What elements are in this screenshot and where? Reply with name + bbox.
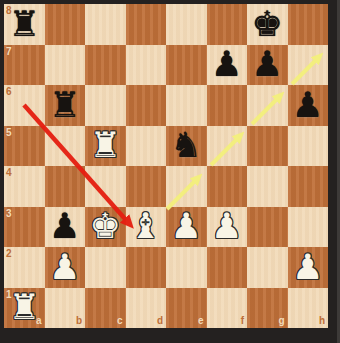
piece-white-pawn[interactable]: ♟	[288, 247, 329, 288]
square-d8[interactable]	[126, 4, 167, 45]
square-e1[interactable]: e	[166, 288, 207, 329]
square-d5[interactable]	[126, 126, 167, 167]
square-e5[interactable]: ♞	[166, 126, 207, 167]
file-label-e: e	[198, 316, 204, 326]
piece-black-pawn[interactable]: ♟	[207, 45, 248, 86]
chess-board: 8♜♚7♟♟6♜♟5♜♞43♟♚♝♟♟2♟♟1a♜bcdefgh	[4, 4, 328, 328]
square-a1[interactable]: 1a♜	[4, 288, 45, 329]
square-f1[interactable]: f	[207, 288, 248, 329]
file-label-b: b	[76, 316, 82, 326]
piece-white-pawn[interactable]: ♟	[45, 247, 86, 288]
square-a5[interactable]: 5	[4, 126, 45, 167]
piece-white-king[interactable]: ♚	[85, 207, 126, 248]
square-c1[interactable]: c	[85, 288, 126, 329]
square-e6[interactable]	[166, 85, 207, 126]
rank-label-7: 7	[6, 47, 12, 57]
square-c8[interactable]	[85, 4, 126, 45]
rank-label-2: 2	[6, 249, 12, 259]
square-b6[interactable]: ♜	[45, 85, 86, 126]
square-d2[interactable]	[126, 247, 167, 288]
piece-black-knight[interactable]: ♞	[166, 126, 207, 167]
square-g1[interactable]: g	[247, 288, 288, 329]
square-f8[interactable]	[207, 4, 248, 45]
square-b4[interactable]	[45, 166, 86, 207]
square-a3[interactable]: 3	[4, 207, 45, 248]
piece-black-rook[interactable]: ♜	[4, 4, 45, 45]
square-c7[interactable]	[85, 45, 126, 86]
square-c5[interactable]: ♜	[85, 126, 126, 167]
square-d7[interactable]	[126, 45, 167, 86]
square-b1[interactable]: b	[45, 288, 86, 329]
piece-black-pawn[interactable]: ♟	[45, 207, 86, 248]
square-b7[interactable]	[45, 45, 86, 86]
piece-white-rook[interactable]: ♜	[85, 126, 126, 167]
square-c3[interactable]: ♚	[85, 207, 126, 248]
square-c2[interactable]	[85, 247, 126, 288]
square-f6[interactable]	[207, 85, 248, 126]
square-h5[interactable]	[288, 126, 329, 167]
square-h7[interactable]	[288, 45, 329, 86]
square-g2[interactable]	[247, 247, 288, 288]
file-label-h: h	[319, 316, 325, 326]
square-f2[interactable]	[207, 247, 248, 288]
square-e4[interactable]	[166, 166, 207, 207]
square-b5[interactable]	[45, 126, 86, 167]
square-h1[interactable]: h	[288, 288, 329, 329]
piece-white-pawn[interactable]: ♟	[207, 207, 248, 248]
square-e3[interactable]: ♟	[166, 207, 207, 248]
square-a6[interactable]: 6	[4, 85, 45, 126]
square-h4[interactable]	[288, 166, 329, 207]
square-g4[interactable]	[247, 166, 288, 207]
square-d1[interactable]: d	[126, 288, 167, 329]
square-g7[interactable]: ♟	[247, 45, 288, 86]
piece-white-bishop[interactable]: ♝	[126, 207, 167, 248]
square-b3[interactable]: ♟	[45, 207, 86, 248]
square-b8[interactable]	[45, 4, 86, 45]
square-f4[interactable]	[207, 166, 248, 207]
piece-white-pawn[interactable]: ♟	[166, 207, 207, 248]
rank-label-3: 3	[6, 209, 12, 219]
square-c4[interactable]	[85, 166, 126, 207]
square-h3[interactable]	[288, 207, 329, 248]
square-a2[interactable]: 2	[4, 247, 45, 288]
square-g5[interactable]	[247, 126, 288, 167]
square-a7[interactable]: 7	[4, 45, 45, 86]
square-d4[interactable]	[126, 166, 167, 207]
piece-black-pawn[interactable]: ♟	[247, 45, 288, 86]
file-label-c: c	[117, 316, 123, 326]
square-a8[interactable]: 8♜	[4, 4, 45, 45]
rank-label-6: 6	[6, 87, 12, 97]
square-c6[interactable]	[85, 85, 126, 126]
square-g6[interactable]	[247, 85, 288, 126]
piece-black-king[interactable]: ♚	[247, 4, 288, 45]
square-h6[interactable]: ♟	[288, 85, 329, 126]
square-e7[interactable]	[166, 45, 207, 86]
piece-white-rook[interactable]: ♜	[4, 288, 45, 329]
file-label-d: d	[157, 316, 163, 326]
square-f5[interactable]	[207, 126, 248, 167]
square-d3[interactable]: ♝	[126, 207, 167, 248]
rank-label-5: 5	[6, 128, 12, 138]
square-f7[interactable]: ♟	[207, 45, 248, 86]
piece-black-rook[interactable]: ♜	[45, 85, 86, 126]
piece-black-pawn[interactable]: ♟	[288, 85, 329, 126]
square-e8[interactable]	[166, 4, 207, 45]
square-a4[interactable]: 4	[4, 166, 45, 207]
rank-label-4: 4	[6, 168, 12, 178]
square-e2[interactable]	[166, 247, 207, 288]
square-g3[interactable]	[247, 207, 288, 248]
square-f3[interactable]: ♟	[207, 207, 248, 248]
square-g8[interactable]: ♚	[247, 4, 288, 45]
chess-app-window: 8♜♚7♟♟6♜♟5♜♞43♟♚♝♟♟2♟♟1a♜bcdefgh	[0, 0, 340, 343]
square-h8[interactable]	[288, 4, 329, 45]
square-d6[interactable]	[126, 85, 167, 126]
file-label-f: f	[241, 316, 244, 326]
file-label-g: g	[278, 316, 284, 326]
square-h2[interactable]: ♟	[288, 247, 329, 288]
square-b2[interactable]: ♟	[45, 247, 86, 288]
